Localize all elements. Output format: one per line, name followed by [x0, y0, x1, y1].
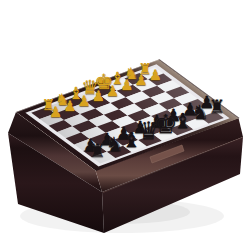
product-photo: ♜♞♝♛♚♝♞♜♟♟♟♟♟♟♟♟♟♟♟♟♟♟♟♟♜♞♝♛♚♝♞♜	[0, 0, 250, 250]
piece-black-rook: ♜	[208, 99, 225, 118]
piece-white-pawn: ♟	[149, 68, 162, 83]
piece-white-pawn: ♟	[120, 78, 133, 93]
piece-black-knight: ♞	[191, 104, 209, 124]
piece-black-rook: ♜	[89, 143, 106, 162]
piece-black-bishop: ♝	[173, 109, 192, 130]
piece-white-pawn: ♟	[63, 99, 76, 114]
piece-white-pawn: ♟	[135, 73, 148, 88]
piece-black-knight: ♞	[106, 135, 124, 155]
piece-white-pawn: ♟	[49, 105, 62, 120]
piece-white-pawn: ♟	[92, 89, 105, 104]
piece-white-pawn: ♟	[106, 84, 119, 99]
piece-white-pawn: ♟	[77, 94, 90, 109]
